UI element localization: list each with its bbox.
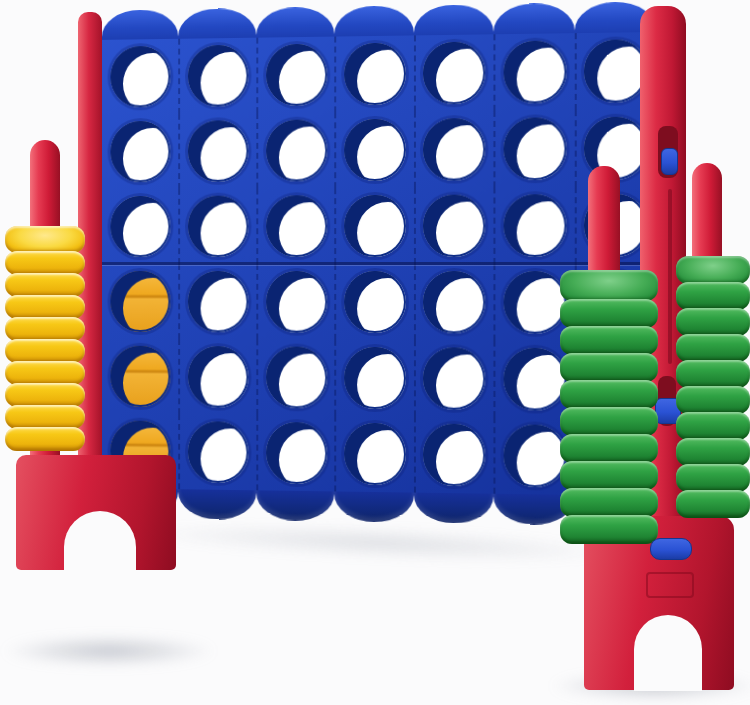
board-hole: [188, 196, 249, 258]
board-scallop: [335, 491, 414, 522]
board-hole: [266, 44, 327, 106]
board-cell: [102, 264, 179, 339]
board-cell: [414, 416, 494, 493]
board-hole: [266, 271, 327, 333]
green-disc: [676, 464, 750, 492]
yellow-disc: [5, 383, 85, 407]
yellow-disc: [5, 251, 85, 275]
yellow-disc: [5, 273, 85, 297]
board-cell: [256, 112, 334, 188]
board-hole: [423, 195, 485, 257]
green-disc: [560, 488, 658, 517]
board-cell: [414, 264, 494, 341]
board-scallop: [414, 4, 494, 35]
left-leg-floor-shadow: [4, 636, 214, 666]
board-hole: [584, 39, 648, 103]
board-cell: [179, 38, 257, 114]
board-hole: [344, 119, 406, 181]
green-disc: [676, 334, 750, 362]
yellow-disc: [5, 226, 85, 253]
board-hole: [188, 421, 249, 483]
board-hole: [266, 346, 327, 408]
right-post-groove: [668, 189, 672, 364]
board-cell: [335, 112, 414, 189]
board-cell: [102, 189, 179, 264]
board-scallop: [256, 7, 334, 38]
board-scallop: [256, 490, 334, 521]
board-scallop: [179, 489, 257, 520]
board-scallop: [494, 3, 575, 35]
upper-blue-slider-knob: [661, 148, 678, 175]
board-cell: [256, 415, 334, 492]
green-disc: [560, 515, 658, 544]
board-cell: [256, 339, 334, 415]
board-hole: [503, 194, 566, 257]
board-scallop: [414, 493, 494, 524]
board-hole: [503, 271, 566, 334]
board-cell: [256, 37, 334, 114]
green-disc: [560, 407, 658, 436]
green-disc: [676, 256, 750, 284]
board-hole: [266, 119, 327, 181]
board-hole: [503, 424, 566, 487]
board-cell: [256, 188, 334, 264]
board-hole: [344, 195, 406, 257]
board-hole: [266, 195, 327, 257]
board-cell: [414, 187, 494, 264]
board-cell: [494, 33, 575, 111]
green-disc: [560, 461, 658, 490]
yellow-disc: [5, 427, 85, 451]
board-cell: [335, 188, 414, 264]
board-hole: [188, 120, 249, 182]
board-cell: [494, 187, 575, 264]
yellow-disc: [5, 405, 85, 429]
board-hole: [110, 196, 170, 257]
yellow-disc: [5, 295, 85, 319]
green-disc: [560, 299, 658, 328]
green-disc: [676, 360, 750, 388]
board-cell: [414, 111, 494, 188]
board-hole: [423, 118, 485, 181]
board-hole: [423, 41, 485, 104]
green-disc: [560, 353, 658, 382]
board-cell: [179, 189, 257, 264]
green-disc: [676, 412, 750, 440]
board-cell: [494, 110, 575, 187]
product-photo-stage: [0, 0, 750, 705]
board-cell: [414, 34, 494, 111]
board-hole: [110, 46, 170, 108]
green-disc: [676, 490, 750, 518]
board-cell: [179, 264, 257, 339]
board-hole: [423, 271, 485, 333]
board-hole: [503, 40, 566, 103]
board-hole: [188, 45, 249, 107]
board-cell: [335, 340, 414, 417]
back-green-disc-stack: [676, 258, 750, 518]
left-leg-base: [16, 455, 176, 570]
board-hole: [503, 117, 566, 180]
green-disc: [560, 270, 658, 301]
left-leg-arch: [64, 511, 136, 571]
board-cell: [179, 113, 257, 189]
board-scallop: [102, 9, 179, 40]
board-hole: [344, 43, 406, 106]
green-disc: [560, 380, 658, 409]
board-hole: [503, 348, 566, 411]
green-disc: [676, 308, 750, 336]
board-cell: [335, 264, 414, 340]
yellow-disc: [5, 361, 85, 385]
board-cell: [256, 264, 334, 340]
board-hole: [423, 347, 485, 410]
board-hole: [266, 422, 327, 484]
board-cell: [179, 339, 257, 415]
right-leg-embossed-logo: [646, 572, 694, 598]
board-scallop: [335, 5, 414, 36]
lower-blue-locking-knob: [650, 538, 692, 560]
board-hole: [110, 121, 170, 183]
yellow-disc: [5, 317, 85, 341]
board-cell: [179, 414, 257, 490]
green-disc: [676, 282, 750, 310]
yellow-disc: [5, 339, 85, 363]
board-hole: [188, 346, 249, 408]
board-hole: [344, 347, 406, 409]
board-cell: [335, 35, 414, 112]
board-hole: [423, 423, 485, 486]
board-cell: [102, 339, 179, 414]
board-cell: [414, 340, 494, 417]
front-green-disc-stack: [560, 272, 658, 544]
board-hole: [188, 271, 249, 333]
board-scallop: [179, 8, 257, 39]
green-disc: [560, 434, 658, 463]
board-cell: [335, 416, 414, 493]
green-disc: [560, 326, 658, 355]
board-hole: [344, 423, 406, 486]
yellow-disc-stack: [5, 228, 85, 451]
board-hole: [110, 271, 170, 332]
board-cell: [102, 114, 179, 189]
green-disc: [676, 438, 750, 466]
board-floor-shadow: [140, 518, 621, 569]
green-disc: [676, 386, 750, 414]
board-hole: [110, 346, 170, 408]
board-cell: [102, 39, 179, 115]
right-leg-arch: [634, 615, 702, 691]
board-hole: [344, 271, 406, 333]
